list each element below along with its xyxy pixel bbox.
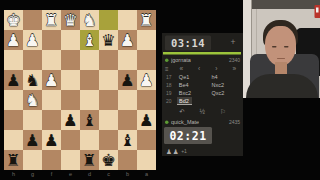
square-b8[interactable] (118, 150, 137, 170)
square-c3[interactable] (99, 50, 118, 70)
square-d4[interactable] (80, 70, 99, 90)
square-f2[interactable] (42, 30, 61, 50)
white-knight-icon[interactable]: ♞ (23, 90, 42, 110)
square-e2[interactable] (61, 30, 80, 50)
black-knight-icon[interactable]: ♞ (23, 70, 42, 90)
streamer-mouth (277, 58, 285, 59)
square-c8[interactable]: ♚ (99, 150, 118, 170)
white-rook-icon[interactable]: ♜ (137, 10, 156, 30)
square-g3[interactable] (23, 50, 42, 70)
square-f5[interactable] (42, 90, 61, 110)
square-c7[interactable] (99, 130, 118, 150)
square-f6[interactable] (42, 110, 61, 130)
square-b4[interactable]: ♟ (118, 70, 137, 90)
square-f3[interactable] (42, 50, 61, 70)
square-c4[interactable] (99, 70, 118, 90)
streamer-tshirt (246, 74, 318, 98)
square-e3[interactable] (61, 50, 80, 70)
square-a2[interactable] (137, 30, 156, 50)
menu-icon[interactable]: ≡ (165, 65, 169, 72)
captured-pieces: ♟♟ +1 (166, 147, 187, 155)
square-f7[interactable]: ♟ (42, 130, 61, 150)
square-h5[interactable] (4, 90, 23, 110)
white-rook-icon[interactable]: ♜ (42, 10, 61, 30)
square-a5[interactable] (137, 90, 156, 110)
square-f8[interactable] (42, 150, 61, 170)
black-queen-icon[interactable]: ♛ (99, 30, 118, 50)
file-label-e: e (61, 171, 80, 177)
square-a6[interactable]: ♟ (137, 110, 156, 130)
square-g4[interactable]: ♞ (23, 70, 42, 90)
square-h4[interactable]: ♟ (4, 70, 23, 90)
resign-flag-icon[interactable]: ⚐ (220, 107, 226, 116)
online-indicator-icon (165, 58, 169, 62)
square-g1[interactable] (23, 10, 42, 30)
material-advantage: +1 (181, 148, 187, 154)
square-g8[interactable] (23, 150, 42, 170)
give-time-button[interactable]: + (228, 37, 238, 47)
square-d3[interactable] (80, 50, 99, 70)
last-move-button[interactable]: » (232, 65, 236, 73)
square-f4[interactable]: ♟ (42, 70, 61, 90)
move-list: 17Qe1h418Be4Nxc219Bxc2Qxc220Bd2 (163, 73, 242, 105)
captured-pawn-icons: ♟♟ (166, 147, 180, 155)
square-e6[interactable]: ♟ (61, 110, 80, 130)
move-number: 19 (163, 89, 177, 97)
white-pawn-icon[interactable]: ♟ (42, 70, 61, 90)
square-e8[interactable] (61, 150, 80, 170)
square-d7[interactable] (80, 130, 99, 150)
webcam-feed (243, 0, 320, 98)
white-pawn-icon[interactable]: ♟ (4, 30, 23, 50)
square-h2[interactable]: ♟ (4, 30, 23, 50)
black-pawn-icon[interactable]: ♟ (23, 130, 42, 150)
white-move[interactable]: Be4 (177, 81, 210, 89)
square-b5[interactable] (118, 90, 137, 110)
white-bishop-icon[interactable]: ♝ (80, 30, 99, 50)
square-e4[interactable] (61, 70, 80, 90)
file-label-g: g (23, 171, 42, 177)
opponent-clock: 03:14 (165, 36, 211, 51)
square-c5[interactable] (99, 90, 118, 110)
square-a1[interactable]: ♜ (137, 10, 156, 30)
white-queen-icon[interactable]: ♛ (61, 10, 80, 30)
square-h7[interactable] (4, 130, 23, 150)
square-e5[interactable] (61, 90, 80, 110)
black-pawn-icon[interactable]: ♟ (42, 130, 61, 150)
black-pawn-icon[interactable]: ♟ (4, 70, 23, 90)
square-d6[interactable]: ♝ (80, 110, 99, 130)
square-d8[interactable]: ♜ (80, 150, 99, 170)
square-h1[interactable]: ♚ (4, 10, 23, 30)
prev-move-button[interactable]: ‹ (198, 65, 200, 73)
black-pawn-icon[interactable]: ♟ (118, 70, 137, 90)
square-a3[interactable] (137, 50, 156, 70)
player-rating: 2435 (229, 119, 240, 125)
black-rook-icon[interactable]: ♜ (80, 150, 99, 170)
draw-offer-icon[interactable]: ½ (200, 107, 205, 116)
square-b7[interactable]: ♝ (118, 130, 137, 150)
square-g2[interactable]: ♟ (23, 30, 42, 50)
black-pawn-icon[interactable]: ♟ (61, 110, 80, 130)
black-bishop-icon[interactable]: ♝ (80, 110, 99, 130)
online-indicator-icon (165, 120, 169, 124)
square-h3[interactable] (4, 50, 23, 70)
square-a8[interactable] (137, 150, 156, 170)
square-d5[interactable] (80, 90, 99, 110)
opponent-rating: 2340 (229, 57, 240, 63)
square-h8[interactable]: ♜ (4, 150, 23, 170)
black-pawn-icon[interactable]: ♟ (137, 110, 156, 130)
time-progress-bar (163, 52, 241, 55)
white-knight-icon[interactable]: ♞ (80, 10, 99, 30)
file-label-f: f (42, 171, 61, 177)
white-move[interactable]: Qe1 (177, 73, 210, 81)
move-row: 19Bxc2Qxc2 (163, 89, 242, 97)
file-label-b: b (118, 171, 137, 177)
black-rook-icon[interactable]: ♜ (4, 150, 23, 170)
square-g6[interactable] (23, 110, 42, 130)
white-pawn-icon[interactable]: ♟ (118, 30, 137, 50)
square-b2[interactable]: ♟ (118, 30, 137, 50)
chess-board[interactable]: ♚♜♛♞♜♟♟♝♛♟♟♞♟♟♟♞♟♝♟♟♟♝♜♜♚ (4, 10, 156, 170)
move-number: 18 (163, 81, 177, 89)
white-pawn-icon[interactable]: ♟ (137, 70, 156, 90)
player-name[interactable]: quick_Mate (171, 119, 199, 125)
game-panel: 03:14 + jgornata 2340 ≡ « ‹ › » 17Qe1h41… (162, 33, 243, 156)
square-c6[interactable] (99, 110, 118, 130)
webcam-ceiling-shadow (243, 0, 320, 9)
channel-watermark-logo (315, 5, 320, 18)
next-move-button[interactable]: › (215, 65, 217, 73)
square-e7[interactable] (61, 130, 80, 150)
black-bishop-icon[interactable]: ♝ (118, 130, 137, 150)
square-a7[interactable] (137, 130, 156, 150)
first-move-button[interactable]: « (180, 65, 184, 73)
file-coordinates: hgfedcba (4, 171, 156, 177)
move-number: 20 (163, 97, 177, 105)
square-b1[interactable] (118, 10, 137, 30)
black-move[interactable]: h4 (209, 73, 242, 81)
file-label-a: a (137, 171, 156, 177)
takeback-icon[interactable]: ↶ (179, 107, 184, 116)
white-move[interactable]: Bxc2 (177, 89, 210, 97)
streamer-face (265, 26, 296, 66)
square-c2[interactable]: ♛ (99, 30, 118, 50)
streamer-eye (272, 46, 277, 48)
square-d2[interactable]: ♝ (80, 30, 99, 50)
white-move[interactable]: Bd2 (177, 97, 192, 105)
player-clock-active: 02:21 (164, 127, 212, 144)
square-e1[interactable]: ♛ (61, 10, 80, 30)
opponent-name[interactable]: jgornata (171, 57, 191, 63)
black-move[interactable]: Qxc2 (209, 89, 242, 97)
move-number: 17 (163, 73, 177, 81)
file-label-c: c (99, 171, 118, 177)
square-g7[interactable]: ♟ (23, 130, 42, 150)
square-g5[interactable]: ♞ (23, 90, 42, 110)
square-d1[interactable]: ♞ (80, 10, 99, 30)
square-c1[interactable] (99, 10, 118, 30)
white-king-icon[interactable]: ♚ (4, 10, 23, 30)
move-row: 18Be4Nxc2 (163, 81, 242, 89)
black-move[interactable] (192, 97, 225, 105)
square-a4[interactable]: ♟ (137, 70, 156, 90)
square-b6[interactable] (118, 110, 137, 130)
square-f1[interactable]: ♜ (42, 10, 61, 30)
square-b3[interactable] (118, 50, 137, 70)
square-h6[interactable] (4, 110, 23, 130)
file-label-h: h (4, 171, 23, 177)
move-row: 20Bd2 (163, 97, 242, 105)
black-move[interactable]: Nxc2 (209, 81, 242, 89)
move-row: 17Qe1h4 (163, 73, 242, 81)
streamer-eye (284, 46, 289, 48)
video-frame: ♚♜♛♞♜♟♟♝♛♟♟♞♟♟♟♞♟♝♟♟♟♝♜♜♚ hgfedcba 03:14… (0, 0, 320, 180)
black-king-icon[interactable]: ♚ (99, 150, 118, 170)
file-label-d: d (80, 171, 99, 177)
white-pawn-icon[interactable]: ♟ (23, 30, 42, 50)
